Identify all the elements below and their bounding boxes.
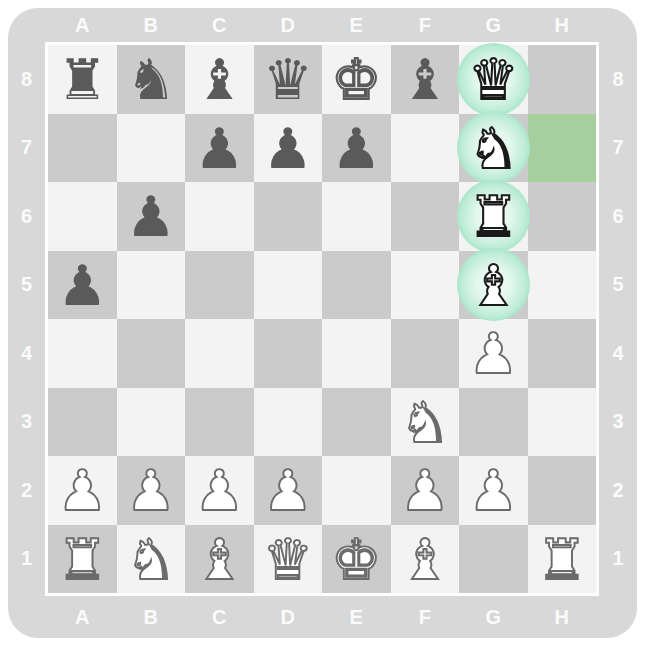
square-a1[interactable]: ♜ — [48, 525, 117, 594]
file-label-b: B — [117, 596, 186, 638]
piece-white-bishop[interactable]: ♝ — [194, 532, 244, 588]
piece-white-rook[interactable]: ♜ — [537, 532, 587, 588]
file-label-e: E — [322, 8, 391, 42]
square-d3[interactable] — [254, 388, 323, 457]
file-label-a: A — [48, 8, 117, 42]
square-c4[interactable] — [185, 319, 254, 388]
square-e7[interactable]: ♟ — [322, 114, 391, 183]
piece-white-knight[interactable]: ♞ — [126, 532, 176, 588]
piece-black-king[interactable]: ♚ — [331, 52, 381, 108]
square-b2[interactable]: ♟ — [117, 456, 186, 525]
rank-label-7: 7 — [8, 114, 45, 183]
rank-label-3: 3 — [599, 388, 637, 457]
square-e8[interactable]: ♚ — [322, 45, 391, 114]
rank-label-2: 2 — [8, 456, 45, 525]
piece-white-pawn[interactable]: ♟ — [194, 463, 244, 519]
square-d4[interactable] — [254, 319, 323, 388]
square-a3[interactable] — [48, 388, 117, 457]
piece-black-knight[interactable]: ♞ — [126, 52, 176, 108]
square-b6[interactable]: ♟ — [117, 182, 186, 251]
piece-white-knight[interactable]: ♞ — [468, 121, 518, 177]
square-g8[interactable]: ♛ — [459, 45, 528, 114]
square-e1[interactable]: ♚ — [322, 525, 391, 594]
square-e3[interactable] — [322, 388, 391, 457]
piece-white-bishop[interactable]: ♝ — [400, 532, 450, 588]
square-b5[interactable] — [117, 251, 186, 320]
square-d8[interactable]: ♛ — [254, 45, 323, 114]
rank-label-7: 7 — [599, 114, 637, 183]
square-g3[interactable] — [459, 388, 528, 457]
piece-white-pawn[interactable]: ♟ — [468, 463, 518, 519]
piece-white-queen[interactable]: ♛ — [263, 532, 313, 588]
square-g1[interactable] — [459, 525, 528, 594]
square-d5[interactable] — [254, 251, 323, 320]
file-label-c: C — [185, 8, 254, 42]
file-label-c: C — [185, 596, 254, 638]
square-e5[interactable] — [322, 251, 391, 320]
piece-white-queen[interactable]: ♛ — [468, 52, 518, 108]
square-g5[interactable]: ♝ — [459, 251, 528, 320]
rank-label-3: 3 — [8, 388, 45, 457]
chess-board: ♜♞♝♛♚♝♛♟♟♟♞♟♜♟♝♟♞♟♟♟♟♟♟♜♞♝♛♚♝♜ — [45, 42, 599, 596]
piece-black-rook[interactable]: ♜ — [57, 52, 107, 108]
square-e2[interactable] — [322, 456, 391, 525]
square-a7[interactable] — [48, 114, 117, 183]
square-a6[interactable] — [48, 182, 117, 251]
rank-label-5: 5 — [599, 251, 637, 320]
file-labels-bottom: ABCDEFGH — [48, 596, 596, 638]
square-f3[interactable]: ♞ — [391, 388, 460, 457]
rank-labels-left: 87654321 — [8, 45, 45, 593]
rank-label-1: 1 — [8, 525, 45, 594]
square-f6[interactable] — [391, 182, 460, 251]
piece-white-pawn[interactable]: ♟ — [468, 326, 518, 382]
square-b7[interactable] — [117, 114, 186, 183]
piece-black-pawn[interactable]: ♟ — [194, 121, 244, 177]
square-c2[interactable]: ♟ — [185, 456, 254, 525]
file-label-a: A — [48, 596, 117, 638]
file-label-f: F — [391, 596, 460, 638]
piece-black-pawn[interactable]: ♟ — [263, 121, 313, 177]
piece-white-pawn[interactable]: ♟ — [263, 463, 313, 519]
rank-label-6: 6 — [8, 182, 45, 251]
piece-black-pawn[interactable]: ♟ — [331, 121, 381, 177]
square-c6[interactable] — [185, 182, 254, 251]
square-h2[interactable] — [528, 456, 597, 525]
square-b8[interactable]: ♞ — [117, 45, 186, 114]
square-a2[interactable]: ♟ — [48, 456, 117, 525]
rank-label-8: 8 — [8, 45, 45, 114]
square-a8[interactable]: ♜ — [48, 45, 117, 114]
square-c1[interactable]: ♝ — [185, 525, 254, 594]
square-h3[interactable] — [528, 388, 597, 457]
piece-white-rook[interactable]: ♜ — [468, 189, 518, 245]
square-h6[interactable] — [528, 182, 597, 251]
file-label-g: G — [459, 8, 528, 42]
rank-label-4: 4 — [8, 319, 45, 388]
square-f1[interactable]: ♝ — [391, 525, 460, 594]
square-e6[interactable] — [322, 182, 391, 251]
square-d7[interactable]: ♟ — [254, 114, 323, 183]
square-a4[interactable] — [48, 319, 117, 388]
rank-label-5: 5 — [8, 251, 45, 320]
rank-label-1: 1 — [599, 525, 637, 594]
piece-white-king[interactable]: ♚ — [331, 532, 381, 588]
piece-black-pawn[interactable]: ♟ — [57, 258, 107, 314]
file-label-d: D — [254, 8, 323, 42]
piece-white-knight[interactable]: ♞ — [400, 395, 450, 451]
square-b3[interactable] — [117, 388, 186, 457]
file-label-b: B — [117, 8, 186, 42]
rank-label-8: 8 — [599, 45, 637, 114]
piece-white-pawn[interactable]: ♟ — [400, 463, 450, 519]
piece-white-bishop[interactable]: ♝ — [468, 258, 518, 314]
square-c7[interactable]: ♟ — [185, 114, 254, 183]
rank-label-4: 4 — [599, 319, 637, 388]
square-h7[interactable] — [528, 114, 597, 183]
chess-board-widget: ABCDEFGH ABCDEFGH 87654321 87654321 ♜♞♝♛… — [0, 0, 645, 646]
square-b4[interactable] — [117, 319, 186, 388]
file-label-d: D — [254, 596, 323, 638]
file-label-h: H — [528, 596, 597, 638]
piece-white-rook[interactable]: ♜ — [57, 532, 107, 588]
piece-black-queen[interactable]: ♛ — [263, 52, 313, 108]
square-h1[interactable]: ♜ — [528, 525, 597, 594]
piece-white-pawn[interactable]: ♟ — [57, 463, 107, 519]
square-d2[interactable]: ♟ — [254, 456, 323, 525]
square-g2[interactable]: ♟ — [459, 456, 528, 525]
square-g6[interactable]: ♜ — [459, 182, 528, 251]
square-f5[interactable] — [391, 251, 460, 320]
piece-white-pawn[interactable]: ♟ — [126, 463, 176, 519]
square-c3[interactable] — [185, 388, 254, 457]
piece-black-bishop[interactable]: ♝ — [194, 52, 244, 108]
square-c5[interactable] — [185, 251, 254, 320]
square-d6[interactable] — [254, 182, 323, 251]
square-h8[interactable] — [528, 45, 597, 114]
rank-label-6: 6 — [599, 182, 637, 251]
square-f2[interactable]: ♟ — [391, 456, 460, 525]
square-e4[interactable] — [322, 319, 391, 388]
piece-black-bishop[interactable]: ♝ — [400, 52, 450, 108]
file-labels-top: ABCDEFGH — [48, 8, 596, 42]
square-f4[interactable] — [391, 319, 460, 388]
piece-black-pawn[interactable]: ♟ — [126, 189, 176, 245]
square-h4[interactable] — [528, 319, 597, 388]
square-a5[interactable]: ♟ — [48, 251, 117, 320]
square-h5[interactable] — [528, 251, 597, 320]
square-c8[interactable]: ♝ — [185, 45, 254, 114]
file-label-h: H — [528, 8, 597, 42]
file-label-e: E — [322, 596, 391, 638]
rank-label-2: 2 — [599, 456, 637, 525]
square-g7[interactable]: ♞ — [459, 114, 528, 183]
file-label-f: F — [391, 8, 460, 42]
square-b1[interactable]: ♞ — [117, 525, 186, 594]
square-f8[interactable]: ♝ — [391, 45, 460, 114]
rank-labels-right: 87654321 — [599, 45, 637, 593]
file-label-g: G — [459, 596, 528, 638]
square-g4[interactable]: ♟ — [459, 319, 528, 388]
square-f7[interactable] — [391, 114, 460, 183]
square-d1[interactable]: ♛ — [254, 525, 323, 594]
